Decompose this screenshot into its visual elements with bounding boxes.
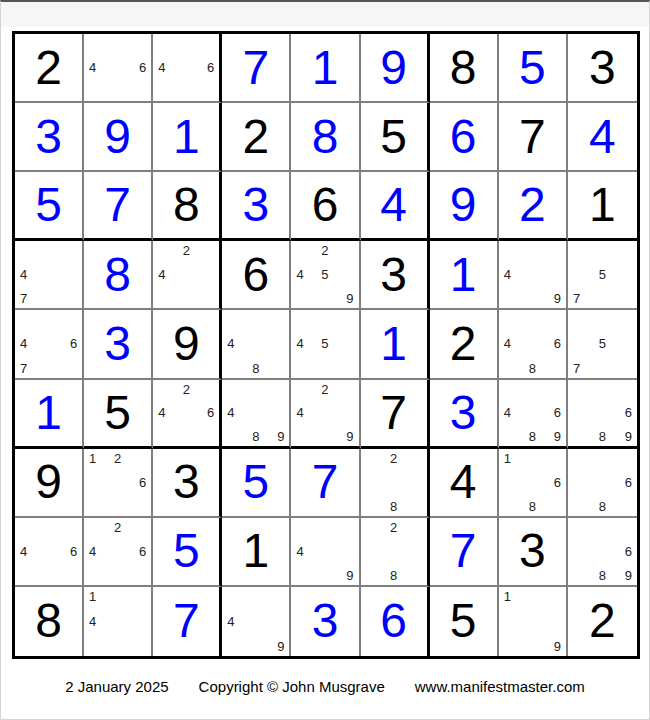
cell-r9c9[interactable]: 2 [568,587,637,656]
cell-r5c4[interactable]: 48 [222,310,291,379]
pencil-mark-4: 4 [296,545,303,558]
pencil-mark-6: 6 [554,476,561,489]
given-digit: 5 [430,587,497,656]
pencil-marks: 246 [153,380,219,446]
pencil-mark-5: 5 [599,268,606,281]
given-digit: 7 [361,380,427,446]
pencil-mark-6: 6 [139,61,146,74]
solved-digit: 7 [291,449,358,516]
cell-r4c9[interactable]: 57 [568,241,637,310]
solved-digit: 5 [499,34,566,101]
cell-r1c8[interactable]: 5 [499,34,568,103]
given-digit: 3 [499,518,566,585]
pencil-mark-6: 6 [554,406,561,419]
pencil-marks: 126 [84,449,151,516]
solved-digit: 2 [499,172,566,238]
solved-digit: 8 [84,241,151,308]
given-digit: 1 [568,172,637,238]
pencil-mark-7: 7 [20,292,27,305]
solved-digit: 9 [84,103,151,170]
given-digit: 2 [15,34,82,101]
cell-r5c9[interactable]: 57 [568,310,637,379]
cell-r4c6[interactable]: 3 [361,241,430,310]
cell-r6c3[interactable]: 246 [153,380,222,449]
pencil-mark-4: 4 [227,337,234,350]
pencil-mark-9: 9 [554,430,561,443]
pencil-mark-4: 4 [89,545,96,558]
pencil-marks: 46 [84,34,151,101]
pencil-marks: 45 [291,310,358,377]
pencil-mark-2: 2 [321,244,328,257]
pencil-mark-6: 6 [70,337,77,350]
cell-r5c6[interactable]: 1 [361,310,430,379]
cell-r1c1[interactable]: 2 [15,34,84,103]
solved-digit: 7 [84,172,151,238]
pencil-mark-2: 2 [183,244,190,257]
pencil-mark-8: 8 [390,500,397,513]
cell-r7c7[interactable]: 4 [430,449,499,518]
cell-r8c2[interactable]: 246 [84,518,153,587]
pencil-mark-2: 2 [390,521,397,534]
pencil-mark-7: 7 [573,362,580,375]
pencil-mark-4: 4 [227,615,234,628]
cell-r4c3[interactable]: 24 [153,241,222,310]
solved-digit: 1 [430,241,497,308]
solved-digit: 5 [15,172,82,238]
solved-digit: 1 [361,310,427,377]
cell-r5c3[interactable]: 9 [153,310,222,379]
cell-r9c2[interactable]: 14 [84,587,153,656]
pencil-mark-9: 9 [277,640,284,653]
pencil-mark-8: 8 [529,500,536,513]
pencil-marks: 46 [15,518,82,585]
pencil-mark-4: 4 [296,268,303,281]
pencil-marks: 48 [222,310,289,377]
pencil-mark-6: 6 [70,545,77,558]
pencil-mark-5: 5 [321,268,328,281]
given-digit: 2 [568,587,637,656]
solved-digit: 3 [430,380,497,446]
pencil-mark-1: 1 [504,590,511,603]
cell-r6c5[interactable]: 249 [291,380,360,449]
pencil-marks: 24 [153,241,219,308]
cell-r2c1[interactable]: 3 [15,103,84,172]
solved-digit: 6 [361,587,427,656]
pencil-mark-6: 6 [207,61,214,74]
solved-digit: 9 [430,172,497,238]
cell-r7c5[interactable]: 7 [291,449,360,518]
pencil-mark-8: 8 [599,569,606,582]
pencil-marks: 19 [499,587,566,656]
given-digit: 8 [430,34,497,101]
pencil-marks: 689 [568,518,637,585]
cell-r3c3[interactable]: 8 [153,172,222,241]
pencil-mark-4: 4 [158,406,165,419]
pencil-mark-7: 7 [20,362,27,375]
cell-r1c9[interactable]: 3 [568,34,637,103]
solved-digit: 7 [153,587,219,656]
given-digit: 9 [153,310,219,377]
pencil-mark-6: 6 [139,545,146,558]
top-strip [1,2,649,27]
solved-digit: 5 [222,449,289,516]
given-digit: 5 [84,380,151,446]
pencil-mark-8: 8 [599,500,606,513]
cell-r6c7[interactable]: 3 [430,380,499,449]
footer: 2 January 2025 Copyright © John Musgrave… [1,678,649,695]
pencil-mark-9: 9 [554,640,561,653]
pencil-mark-4: 4 [20,545,27,558]
pencil-mark-8: 8 [252,362,259,375]
cell-r8c6[interactable]: 28 [361,518,430,587]
solved-digit: 1 [15,380,82,446]
cell-r2c4[interactable]: 2 [222,103,291,172]
pencil-mark-6: 6 [625,545,632,558]
cell-r2c8[interactable]: 7 [499,103,568,172]
pencil-marks: 57 [568,241,637,308]
pencil-mark-1: 1 [504,452,511,465]
cell-r3c4[interactable]: 3 [222,172,291,241]
pencil-mark-8: 8 [390,569,397,582]
given-digit: 6 [291,172,358,238]
pencil-mark-5: 5 [321,337,328,350]
sudoku-board: 2464671985339128567457836492147824624593… [12,31,640,659]
cell-r5c7[interactable]: 2 [430,310,499,379]
pencil-mark-4: 4 [296,337,303,350]
pencil-marks: 2459 [291,241,358,308]
cell-r8c3[interactable]: 5 [153,518,222,587]
cell-r1c6[interactable]: 9 [361,34,430,103]
cell-r3c2[interactable]: 7 [84,172,153,241]
pencil-marks: 14 [84,587,151,656]
cell-r8c7[interactable]: 7 [430,518,499,587]
pencil-marks: 49 [291,518,358,585]
cell-r5c1[interactable]: 467 [15,310,84,379]
cell-r4c7[interactable]: 1 [430,241,499,310]
cell-r1c2[interactable]: 46 [84,34,153,103]
pencil-marks: 246 [84,518,151,585]
pencil-mark-7: 7 [573,292,580,305]
pencil-mark-2: 2 [390,452,397,465]
cell-r2c7[interactable]: 6 [430,103,499,172]
solved-digit: 9 [361,34,427,101]
pencil-mark-4: 4 [20,337,27,350]
cell-r2c3[interactable]: 1 [153,103,222,172]
pencil-marks: 468 [499,310,566,377]
pencil-mark-8: 8 [529,362,536,375]
cell-r7c4[interactable]: 5 [222,449,291,518]
footer-copyright: Copyright © John Musgrave [199,678,385,695]
pencil-mark-4: 4 [227,406,234,419]
sudoku-page: 2464671985339128567457836492147824624593… [0,0,650,720]
cell-r8c8[interactable]: 3 [499,518,568,587]
pencil-mark-2: 2 [114,521,121,534]
solved-digit: 6 [430,103,497,170]
cell-r3c5[interactable]: 6 [291,172,360,241]
cell-r3c6[interactable]: 4 [361,172,430,241]
given-digit: 4 [430,449,497,516]
pencil-mark-1: 1 [89,452,96,465]
cell-r6c6[interactable]: 7 [361,380,430,449]
cell-r2c5[interactable]: 8 [291,103,360,172]
cell-r4c1[interactable]: 47 [15,241,84,310]
solved-digit: 7 [430,518,497,585]
pencil-mark-8: 8 [599,430,606,443]
cell-r5c5[interactable]: 45 [291,310,360,379]
given-digit: 6 [222,241,289,308]
solved-digit: 3 [291,587,358,656]
pencil-mark-4: 4 [20,268,27,281]
cell-r7c3[interactable]: 3 [153,449,222,518]
cell-r2c9[interactable]: 4 [568,103,637,172]
pencil-marks: 467 [15,310,82,377]
cell-r1c4[interactable]: 7 [222,34,291,103]
cell-r4c8[interactable]: 49 [499,241,568,310]
pencil-marks: 689 [568,380,637,446]
given-digit: 2 [222,103,289,170]
pencil-mark-9: 9 [625,430,632,443]
pencil-marks: 46 [153,34,219,101]
cell-r9c3[interactable]: 7 [153,587,222,656]
cell-r7c8[interactable]: 168 [499,449,568,518]
solved-digit: 3 [222,172,289,238]
solved-digit: 3 [84,310,151,377]
cell-r9c7[interactable]: 5 [430,587,499,656]
pencil-mark-9: 9 [554,292,561,305]
cell-r4c2[interactable]: 8 [84,241,153,310]
given-digit: 3 [568,34,637,101]
cell-r8c1[interactable]: 46 [15,518,84,587]
solved-digit: 1 [291,34,358,101]
cell-r3c7[interactable]: 9 [430,172,499,241]
pencil-mark-4: 4 [504,268,511,281]
pencil-mark-2: 2 [183,383,190,396]
cell-r4c4[interactable]: 6 [222,241,291,310]
pencil-mark-9: 9 [346,430,353,443]
cell-r7c1[interactable]: 9 [15,449,84,518]
solved-digit: 4 [568,103,637,170]
cell-r8c9[interactable]: 689 [568,518,637,587]
cell-r2c2[interactable]: 9 [84,103,153,172]
footer-website-link[interactable]: www.manifestmaster.com [415,678,585,695]
cell-r1c7[interactable]: 8 [430,34,499,103]
pencil-mark-2: 2 [321,383,328,396]
pencil-marks: 489 [222,380,289,446]
cell-r3c9[interactable]: 1 [568,172,637,241]
solved-digit: 5 [153,518,219,585]
pencil-marks: 57 [568,310,637,377]
cell-r3c8[interactable]: 2 [499,172,568,241]
pencil-mark-9: 9 [625,569,632,582]
pencil-marks: 49 [499,241,566,308]
given-digit: 5 [361,103,427,170]
solved-digit: 1 [153,103,219,170]
pencil-mark-6: 6 [554,337,561,350]
pencil-marks: 47 [15,241,82,308]
cell-r7c9[interactable]: 68 [568,449,637,518]
pencil-mark-8: 8 [252,430,259,443]
pencil-mark-4: 4 [89,615,96,628]
cell-r6c9[interactable]: 689 [568,380,637,449]
pencil-mark-6: 6 [625,476,632,489]
given-digit: 3 [361,241,427,308]
cell-r2c6[interactable]: 5 [361,103,430,172]
cell-r4c5[interactable]: 2459 [291,241,360,310]
cell-r8c4[interactable]: 1 [222,518,291,587]
cell-r1c3[interactable]: 46 [153,34,222,103]
given-digit: 8 [153,172,219,238]
cell-r9c4[interactable]: 49 [222,587,291,656]
solved-digit: 4 [361,172,427,238]
pencil-marks: 249 [291,380,358,446]
solved-digit: 8 [291,103,358,170]
pencil-mark-5: 5 [599,337,606,350]
pencil-mark-4: 4 [89,61,96,74]
cell-r1c5[interactable]: 1 [291,34,360,103]
cell-r8c5[interactable]: 49 [291,518,360,587]
cell-r5c8[interactable]: 468 [499,310,568,379]
given-digit: 2 [430,310,497,377]
cell-r9c5[interactable]: 3 [291,587,360,656]
cell-r6c8[interactable]: 4689 [499,380,568,449]
pencil-mark-4: 4 [158,61,165,74]
pencil-marks: 4689 [499,380,566,446]
given-digit: 9 [15,449,82,516]
pencil-mark-2: 2 [114,452,121,465]
pencil-mark-9: 9 [277,430,284,443]
pencil-mark-1: 1 [89,590,96,603]
pencil-mark-4: 4 [296,406,303,419]
pencil-mark-6: 6 [207,406,214,419]
pencil-mark-4: 4 [158,268,165,281]
cell-r9c6[interactable]: 6 [361,587,430,656]
pencil-mark-4: 4 [504,337,511,350]
cell-r5c2[interactable]: 3 [84,310,153,379]
cell-r9c8[interactable]: 19 [499,587,568,656]
cell-r6c4[interactable]: 489 [222,380,291,449]
solved-digit: 7 [222,34,289,101]
cell-r6c2[interactable]: 5 [84,380,153,449]
pencil-marks: 168 [499,449,566,516]
pencil-marks: 68 [568,449,637,516]
cell-r3c1[interactable]: 5 [15,172,84,241]
solved-digit: 3 [15,103,82,170]
cell-r7c6[interactable]: 28 [361,449,430,518]
given-digit: 8 [15,587,82,656]
pencil-mark-6: 6 [625,406,632,419]
given-digit: 1 [222,518,289,585]
cell-r9c1[interactable]: 8 [15,587,84,656]
cell-r6c1[interactable]: 1 [15,380,84,449]
pencil-mark-4: 4 [504,406,511,419]
pencil-mark-9: 9 [346,292,353,305]
pencil-mark-9: 9 [346,569,353,582]
pencil-marks: 28 [361,449,427,516]
given-digit: 3 [153,449,219,516]
given-digit: 7 [499,103,566,170]
pencil-marks: 28 [361,518,427,585]
cell-r7c2[interactable]: 126 [84,449,153,518]
pencil-mark-8: 8 [529,430,536,443]
pencil-mark-6: 6 [139,476,146,489]
pencil-marks: 49 [222,587,289,656]
footer-date: 2 January 2025 [65,678,168,695]
